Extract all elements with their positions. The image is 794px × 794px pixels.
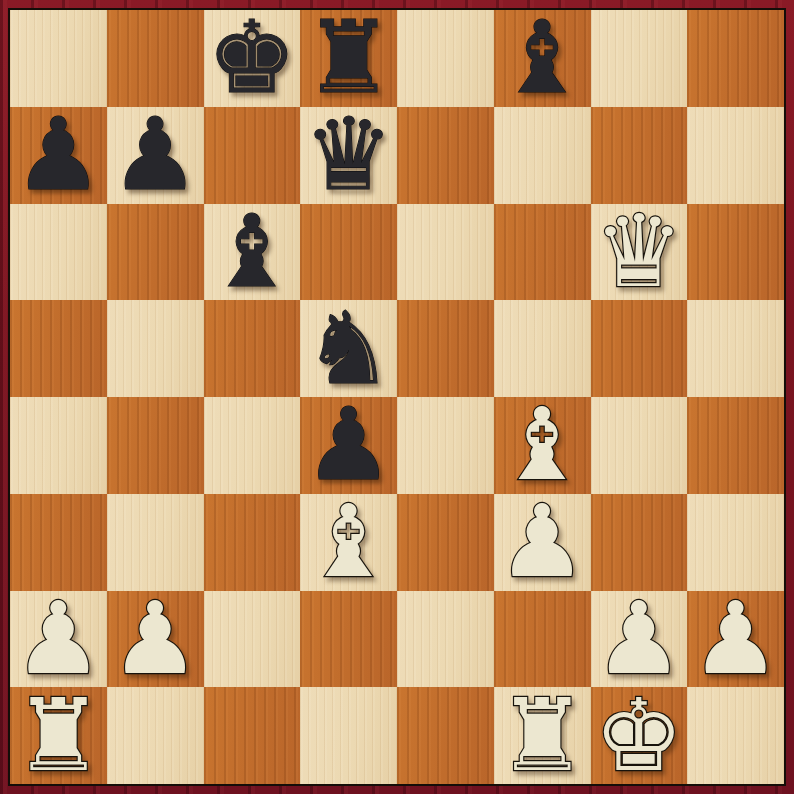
square-h7[interactable]	[687, 107, 784, 204]
square-c5[interactable]	[204, 300, 301, 397]
square-b2[interactable]: ♟	[107, 591, 204, 688]
square-g5[interactable]	[591, 300, 688, 397]
piece-black-pawn[interactable]: ♟	[110, 107, 200, 203]
square-b7[interactable]: ♟	[107, 107, 204, 204]
piece-white-bishop[interactable]: ♝	[304, 494, 394, 590]
square-c4[interactable]	[204, 397, 301, 494]
square-f7[interactable]	[494, 107, 591, 204]
square-b4[interactable]	[107, 397, 204, 494]
square-a7[interactable]: ♟	[10, 107, 107, 204]
square-a8[interactable]	[10, 10, 107, 107]
square-h4[interactable]	[687, 397, 784, 494]
square-h5[interactable]	[687, 300, 784, 397]
piece-white-pawn[interactable]: ♟	[497, 494, 587, 590]
square-a1[interactable]: ♜	[10, 687, 107, 784]
square-h2[interactable]: ♟	[687, 591, 784, 688]
square-g4[interactable]	[591, 397, 688, 494]
square-b5[interactable]	[107, 300, 204, 397]
square-a3[interactable]	[10, 494, 107, 591]
square-f3[interactable]: ♟	[494, 494, 591, 591]
square-b8[interactable]	[107, 10, 204, 107]
square-c6[interactable]: ♝	[204, 204, 301, 301]
square-d3[interactable]: ♝	[300, 494, 397, 591]
square-f1[interactable]: ♜	[494, 687, 591, 784]
square-e3[interactable]	[397, 494, 494, 591]
square-b3[interactable]	[107, 494, 204, 591]
piece-white-rook[interactable]: ♜	[497, 688, 587, 784]
piece-white-pawn[interactable]: ♟	[14, 591, 104, 687]
square-d1[interactable]	[300, 687, 397, 784]
square-c3[interactable]	[204, 494, 301, 591]
piece-black-bishop[interactable]: ♝	[207, 204, 297, 300]
square-e8[interactable]	[397, 10, 494, 107]
piece-white-bishop[interactable]: ♝	[497, 397, 587, 493]
square-c2[interactable]	[204, 591, 301, 688]
square-d7[interactable]: ♛	[300, 107, 397, 204]
piece-black-knight[interactable]: ♞	[304, 301, 394, 397]
square-e7[interactable]	[397, 107, 494, 204]
square-d5[interactable]: ♞	[300, 300, 397, 397]
square-h1[interactable]	[687, 687, 784, 784]
piece-white-pawn[interactable]: ♟	[691, 591, 781, 687]
square-c7[interactable]	[204, 107, 301, 204]
piece-black-queen[interactable]: ♛	[304, 107, 394, 203]
piece-black-pawn[interactable]: ♟	[304, 397, 394, 493]
square-d6[interactable]	[300, 204, 397, 301]
piece-white-king[interactable]: ♚	[594, 688, 684, 784]
square-e2[interactable]	[397, 591, 494, 688]
square-a4[interactable]	[10, 397, 107, 494]
square-a2[interactable]: ♟	[10, 591, 107, 688]
square-g2[interactable]: ♟	[591, 591, 688, 688]
square-g7[interactable]	[591, 107, 688, 204]
piece-white-pawn[interactable]: ♟	[110, 591, 200, 687]
square-d8[interactable]: ♜	[300, 10, 397, 107]
piece-black-king[interactable]: ♚	[207, 10, 297, 106]
square-h6[interactable]	[687, 204, 784, 301]
square-f6[interactable]	[494, 204, 591, 301]
square-g3[interactable]	[591, 494, 688, 591]
square-a5[interactable]	[10, 300, 107, 397]
piece-black-bishop[interactable]: ♝	[497, 10, 587, 106]
square-b1[interactable]	[107, 687, 204, 784]
board-frame: ♚♜♝♟♟♛♝♛♞♟♝♝♟♟♟♟♟♜♜♚	[0, 0, 794, 794]
square-h8[interactable]	[687, 10, 784, 107]
square-f8[interactable]: ♝	[494, 10, 591, 107]
square-f5[interactable]	[494, 300, 591, 397]
chess-board: ♚♜♝♟♟♛♝♛♞♟♝♝♟♟♟♟♟♜♜♚	[8, 8, 786, 786]
square-g6[interactable]: ♛	[591, 204, 688, 301]
square-f4[interactable]: ♝	[494, 397, 591, 494]
square-d2[interactable]	[300, 591, 397, 688]
piece-black-rook[interactable]: ♜	[304, 10, 394, 106]
square-d4[interactable]: ♟	[300, 397, 397, 494]
square-b6[interactable]	[107, 204, 204, 301]
piece-black-pawn[interactable]: ♟	[14, 107, 104, 203]
square-e6[interactable]	[397, 204, 494, 301]
square-e4[interactable]	[397, 397, 494, 494]
square-g8[interactable]	[591, 10, 688, 107]
piece-white-pawn[interactable]: ♟	[594, 591, 684, 687]
square-c1[interactable]	[204, 687, 301, 784]
piece-white-rook[interactable]: ♜	[14, 688, 104, 784]
square-g1[interactable]: ♚	[591, 687, 688, 784]
square-c8[interactable]: ♚	[204, 10, 301, 107]
piece-white-queen[interactable]: ♛	[594, 204, 684, 300]
square-e1[interactable]	[397, 687, 494, 784]
square-e5[interactable]	[397, 300, 494, 397]
square-f2[interactable]	[494, 591, 591, 688]
square-h3[interactable]	[687, 494, 784, 591]
square-a6[interactable]	[10, 204, 107, 301]
